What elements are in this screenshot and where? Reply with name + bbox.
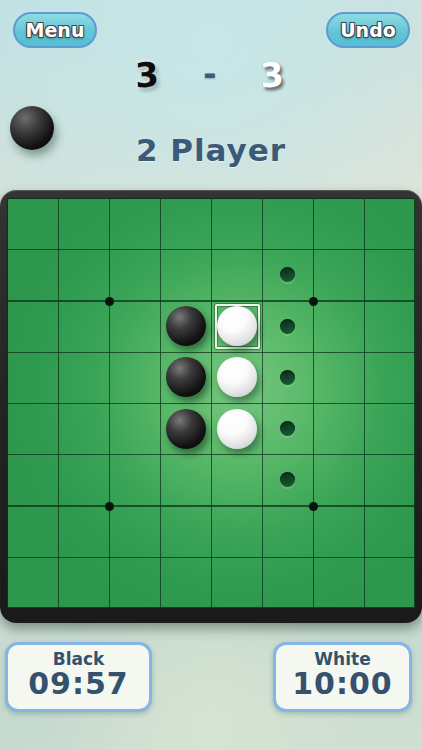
undo-button[interactable]: Undo [326, 12, 410, 48]
disc-black [166, 357, 206, 397]
board-star-point [105, 502, 114, 511]
disc-white [217, 306, 257, 346]
white-score: 3 [251, 54, 293, 96]
board-star-point [309, 502, 318, 511]
board-star-point [309, 297, 318, 306]
disc-black [166, 306, 206, 346]
disc-black [166, 409, 206, 449]
board-frame [0, 190, 422, 623]
board-star-point [105, 297, 114, 306]
legal-move-dot[interactable] [280, 319, 295, 334]
disc-white [217, 357, 257, 397]
app-screen: Menu Undo 3 - 3 2 Player Black 09:57 Whi… [0, 0, 422, 750]
white-clock: White 10:00 [273, 642, 412, 712]
black-score: 3 [126, 54, 168, 96]
score-separator: - [190, 55, 230, 93]
board-gridlines [7, 198, 415, 608]
black-clock-time: 09:57 [8, 668, 149, 700]
game-mode-label: 2 Player [0, 132, 422, 168]
white-clock-time: 10:00 [276, 668, 409, 700]
legal-move-dot[interactable] [280, 370, 295, 385]
disc-white [217, 409, 257, 449]
black-clock: Black 09:57 [5, 642, 152, 712]
board-grid[interactable] [7, 198, 415, 608]
menu-button[interactable]: Menu [13, 12, 97, 48]
